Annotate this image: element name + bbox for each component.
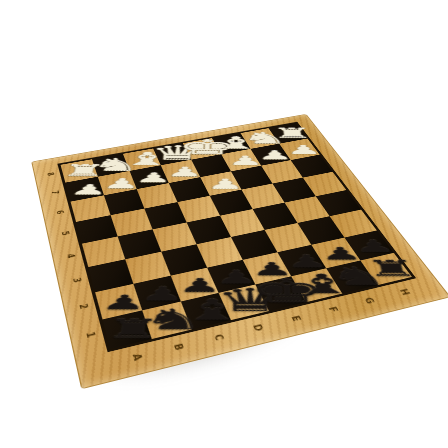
- piece-white-rook-a8[interactable]: ♜: [59, 163, 107, 179]
- rank-label-8: 8: [44, 170, 56, 178]
- pieces-layer: ♜♞♝♛♚♝♞♜♟♟♟♟♟♟♟♟♟♟♟♟♟♟♟♟♜♞♝♛♚♝♞♜: [32, 115, 306, 163]
- rank-label-1: 1: [82, 329, 97, 342]
- rank-label-2: 2: [75, 301, 90, 313]
- file-label-b: B: [168, 341, 185, 355]
- rank-label-5: 5: [58, 229, 71, 239]
- file-label-g: G: [359, 295, 376, 307]
- rank-label-3: 3: [69, 275, 83, 286]
- file-label-c: C: [209, 331, 226, 344]
- chess-set-product-photo: 87654321 ABCDEFGH ♜♞♝♛♚♝♞♜♟♟♟♟♟♟♟♟♟♟♟♟♟♟…: [0, 0, 448, 448]
- piece-white-pawn-f7[interactable]: ♟: [227, 155, 263, 168]
- file-label-e: E: [286, 313, 303, 326]
- file-label-a: A: [127, 351, 143, 365]
- file-label-h: H: [394, 287, 411, 299]
- file-label-d: D: [248, 322, 265, 335]
- piece-white-pawn-a7[interactable]: ♟: [68, 183, 109, 197]
- rank-label-7: 7: [48, 189, 60, 197]
- rank-label-4: 4: [63, 251, 77, 261]
- rank-label-6: 6: [53, 208, 66, 217]
- file-label-f: F: [323, 304, 340, 316]
- piece-white-pawn-e6[interactable]: ♟: [206, 177, 243, 191]
- chess-board: 87654321 ABCDEFGH ♜♞♝♛♚♝♞♜♟♟♟♟♟♟♟♟♟♟♟♟♟♟…: [32, 115, 448, 389]
